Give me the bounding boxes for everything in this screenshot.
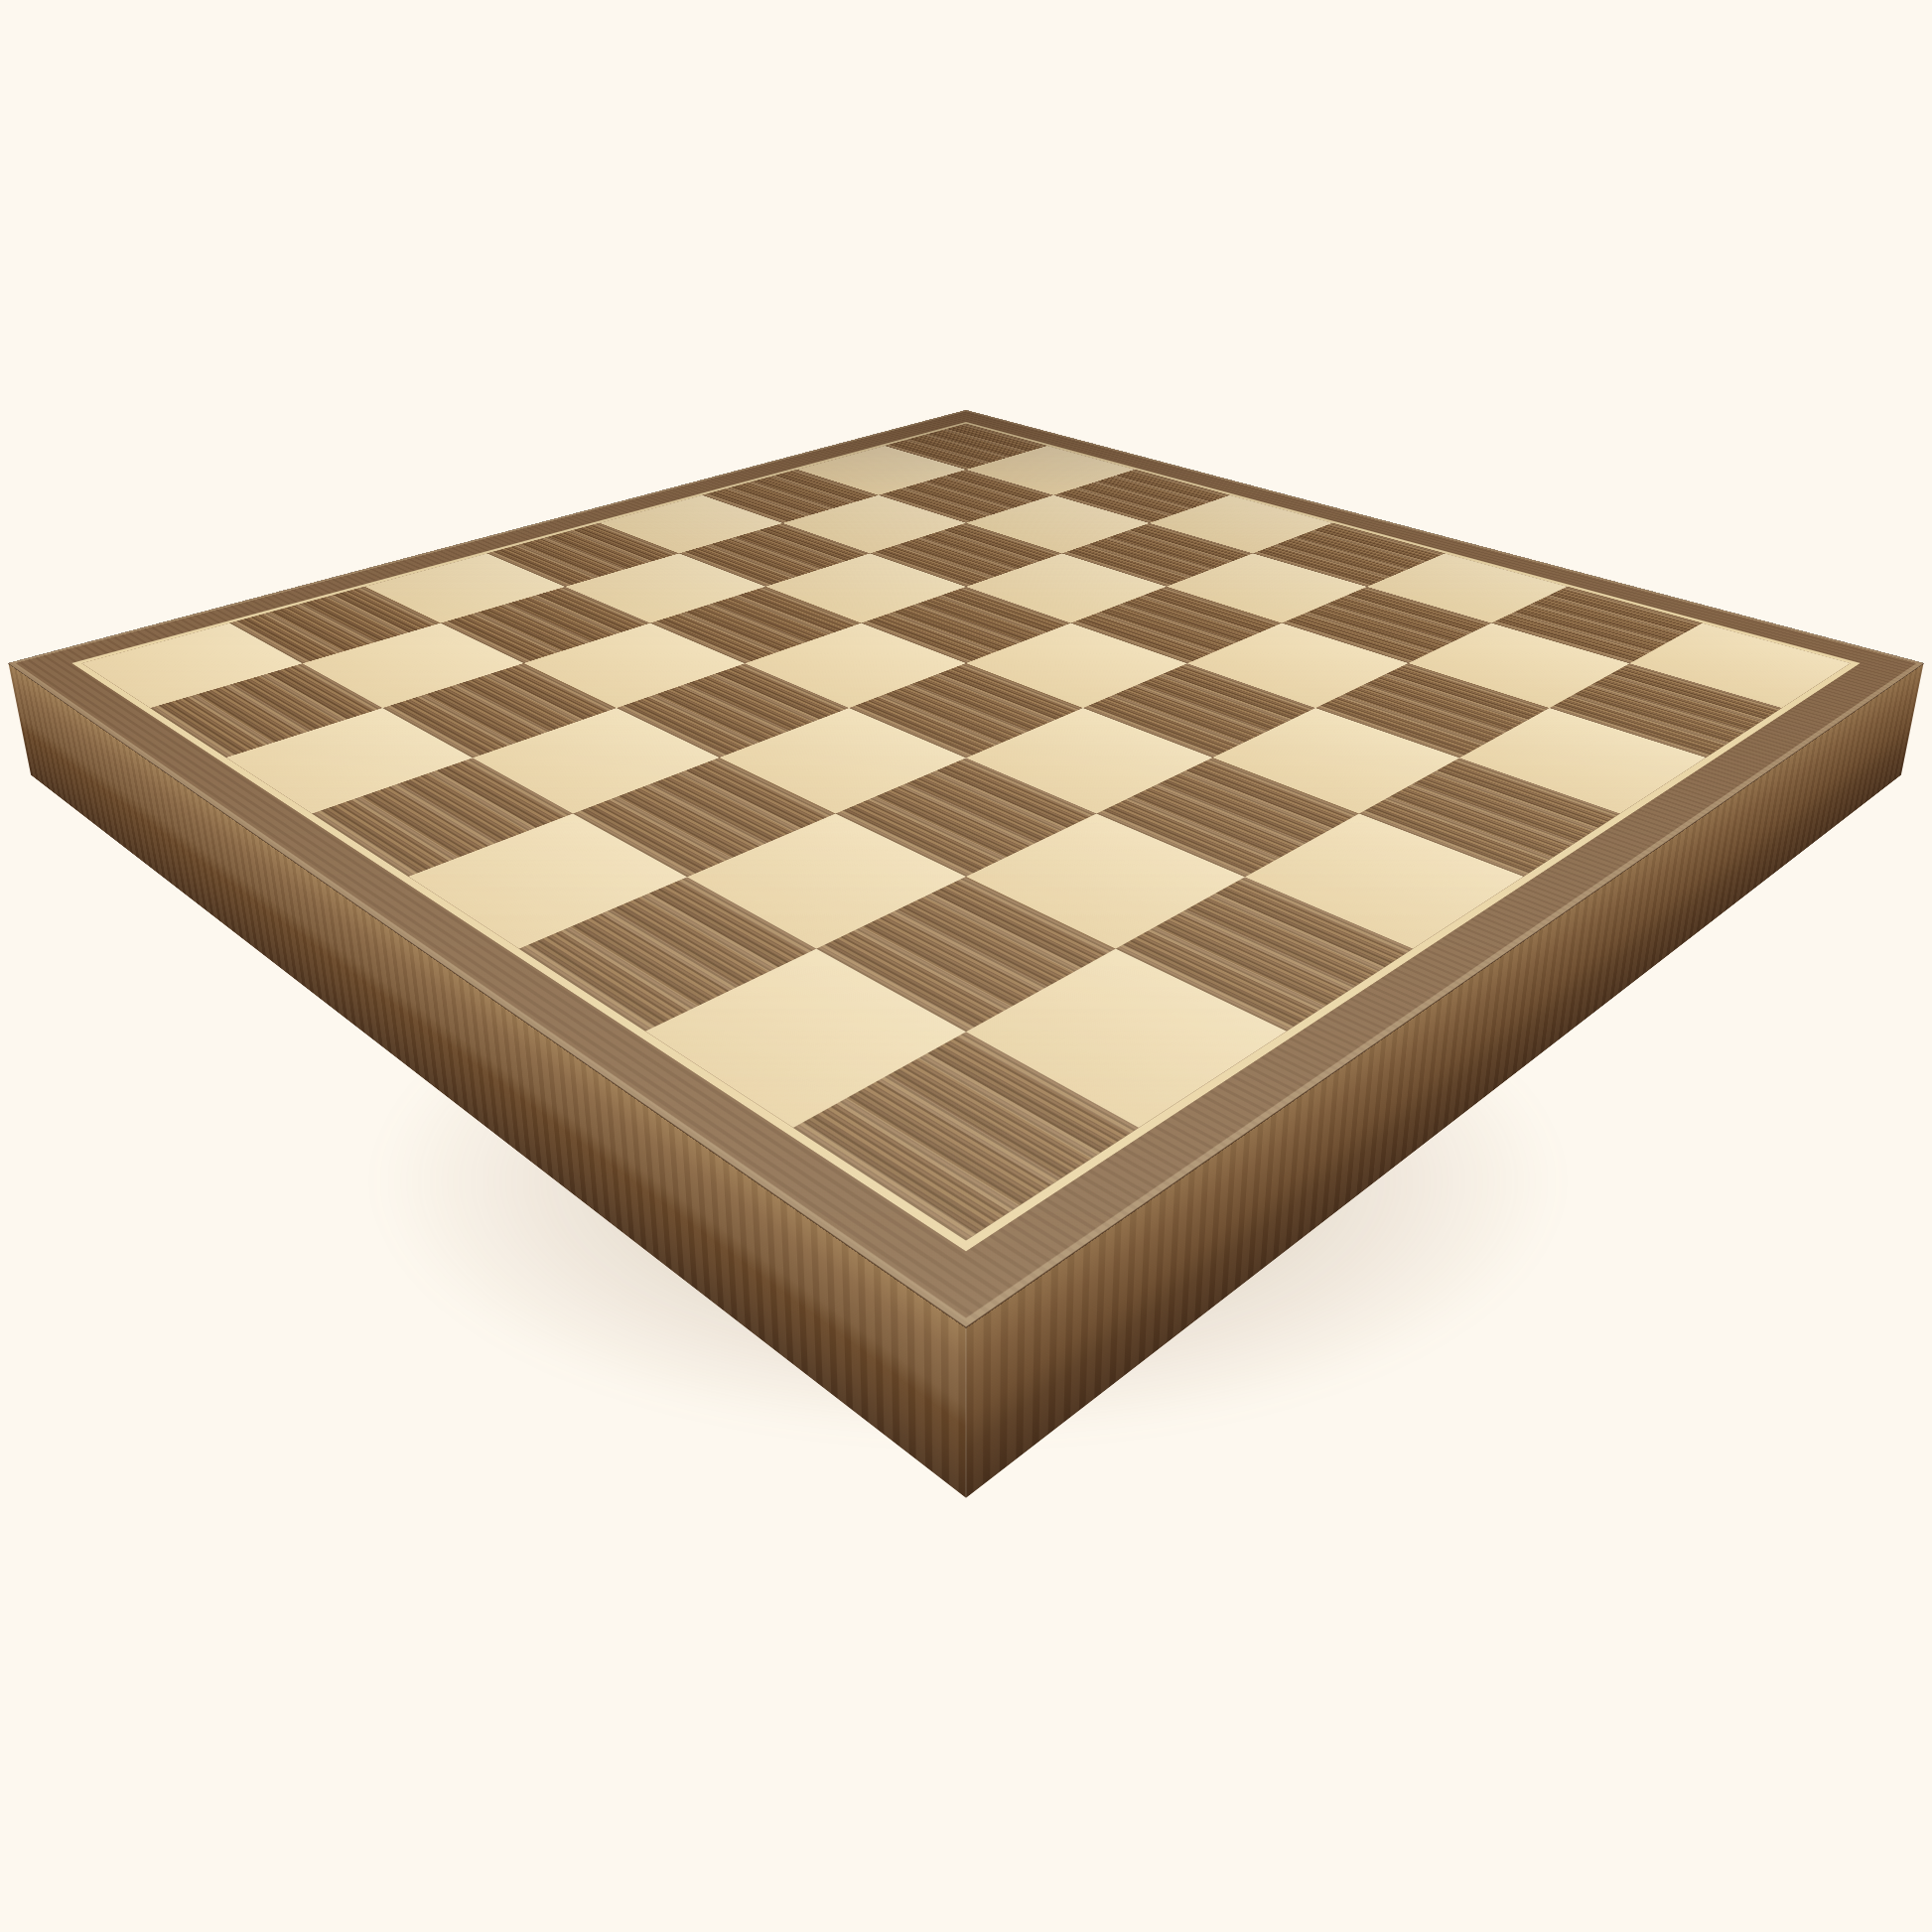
chess-board [9, 410, 1924, 1326]
perspective-scene [0, 0, 1932, 1932]
product-photo-stage [0, 0, 1932, 1932]
board-field [81, 424, 1851, 1241]
